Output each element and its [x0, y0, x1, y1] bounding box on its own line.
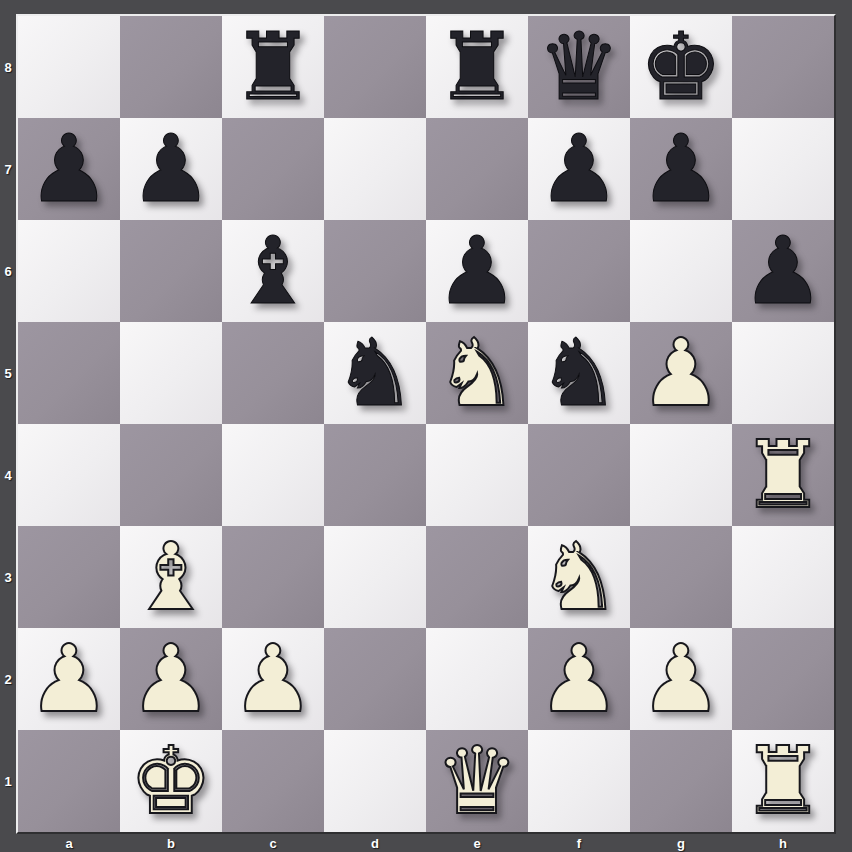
square-d6[interactable] [324, 220, 426, 322]
square-g2[interactable]: ♟ [630, 628, 732, 730]
square-e8[interactable]: ♜ [426, 16, 528, 118]
square-e5[interactable]: ♞ [426, 322, 528, 424]
square-d2[interactable] [324, 628, 426, 730]
square-g3[interactable] [630, 526, 732, 628]
square-f3[interactable]: ♞ [528, 526, 630, 628]
square-f7[interactable]: ♟ [528, 118, 630, 220]
square-f2[interactable]: ♟ [528, 628, 630, 730]
square-g6[interactable] [630, 220, 732, 322]
piece-white-pawn[interactable]: ♟ [18, 628, 120, 730]
piece-white-king[interactable]: ♚ [120, 730, 222, 832]
piece-black-rook[interactable]: ♜ [222, 16, 324, 118]
chess-board[interactable]: ♜♜♛♚♟♟♟♟♝♟♟♞♞♞♟♜♝♞♟♟♟♟♟♚♛♜ [16, 14, 836, 834]
square-e7[interactable] [426, 118, 528, 220]
piece-white-queen[interactable]: ♛ [426, 730, 528, 832]
piece-black-bishop[interactable]: ♝ [222, 220, 324, 322]
square-d5[interactable]: ♞ [324, 322, 426, 424]
piece-white-knight[interactable]: ♞ [528, 526, 630, 628]
square-e1[interactable]: ♛ [426, 730, 528, 832]
square-g4[interactable] [630, 424, 732, 526]
piece-black-knight[interactable]: ♞ [324, 322, 426, 424]
piece-white-pawn[interactable]: ♟ [528, 628, 630, 730]
square-f5[interactable]: ♞ [528, 322, 630, 424]
file-label-e: e [426, 834, 528, 852]
square-d8[interactable] [324, 16, 426, 118]
piece-white-pawn[interactable]: ♟ [120, 628, 222, 730]
square-b1[interactable]: ♚ [120, 730, 222, 832]
square-b3[interactable]: ♝ [120, 526, 222, 628]
square-d7[interactable] [324, 118, 426, 220]
square-f1[interactable] [528, 730, 630, 832]
square-c8[interactable]: ♜ [222, 16, 324, 118]
square-a7[interactable]: ♟ [18, 118, 120, 220]
file-label-g: g [630, 834, 732, 852]
piece-black-pawn[interactable]: ♟ [426, 220, 528, 322]
square-h5[interactable] [732, 322, 834, 424]
piece-black-king[interactable]: ♚ [630, 16, 732, 118]
rank-labels: 87654321 [0, 16, 16, 832]
square-a5[interactable] [18, 322, 120, 424]
square-b8[interactable] [120, 16, 222, 118]
square-a6[interactable] [18, 220, 120, 322]
square-c6[interactable]: ♝ [222, 220, 324, 322]
piece-white-pawn[interactable]: ♟ [630, 628, 732, 730]
square-h7[interactable] [732, 118, 834, 220]
square-e4[interactable] [426, 424, 528, 526]
piece-black-pawn[interactable]: ♟ [18, 118, 120, 220]
square-b4[interactable] [120, 424, 222, 526]
rank-label-8: 8 [0, 16, 16, 118]
piece-black-pawn[interactable]: ♟ [120, 118, 222, 220]
file-label-d: d [324, 834, 426, 852]
square-d1[interactable] [324, 730, 426, 832]
piece-white-rook[interactable]: ♜ [732, 730, 834, 832]
rank-label-6: 6 [0, 220, 16, 322]
file-label-f: f [528, 834, 630, 852]
square-a4[interactable] [18, 424, 120, 526]
square-b2[interactable]: ♟ [120, 628, 222, 730]
square-b5[interactable] [120, 322, 222, 424]
piece-black-pawn[interactable]: ♟ [528, 118, 630, 220]
square-c1[interactable] [222, 730, 324, 832]
piece-white-pawn[interactable]: ♟ [630, 322, 732, 424]
file-label-a: a [18, 834, 120, 852]
square-h3[interactable] [732, 526, 834, 628]
file-label-c: c [222, 834, 324, 852]
file-label-b: b [120, 834, 222, 852]
square-f8[interactable]: ♛ [528, 16, 630, 118]
square-b7[interactable]: ♟ [120, 118, 222, 220]
square-g8[interactable]: ♚ [630, 16, 732, 118]
square-c5[interactable] [222, 322, 324, 424]
square-h4[interactable]: ♜ [732, 424, 834, 526]
rank-label-2: 2 [0, 628, 16, 730]
square-g7[interactable]: ♟ [630, 118, 732, 220]
square-h1[interactable]: ♜ [732, 730, 834, 832]
square-a8[interactable] [18, 16, 120, 118]
square-e2[interactable] [426, 628, 528, 730]
piece-black-pawn[interactable]: ♟ [732, 220, 834, 322]
square-b6[interactable] [120, 220, 222, 322]
piece-white-bishop[interactable]: ♝ [120, 526, 222, 628]
piece-black-knight[interactable]: ♞ [528, 322, 630, 424]
square-e3[interactable] [426, 526, 528, 628]
square-c4[interactable] [222, 424, 324, 526]
file-labels: abcdefgh [18, 834, 834, 852]
rank-label-5: 5 [0, 322, 16, 424]
piece-white-knight[interactable]: ♞ [426, 322, 528, 424]
square-d3[interactable] [324, 526, 426, 628]
piece-black-queen[interactable]: ♛ [528, 16, 630, 118]
square-c2[interactable]: ♟ [222, 628, 324, 730]
square-g5[interactable]: ♟ [630, 322, 732, 424]
file-label-h: h [732, 834, 834, 852]
piece-white-rook[interactable]: ♜ [732, 424, 834, 526]
piece-white-pawn[interactable]: ♟ [222, 628, 324, 730]
square-h2[interactable] [732, 628, 834, 730]
square-a3[interactable] [18, 526, 120, 628]
square-h6[interactable]: ♟ [732, 220, 834, 322]
square-e6[interactable]: ♟ [426, 220, 528, 322]
piece-black-pawn[interactable]: ♟ [630, 118, 732, 220]
chess-board-frame: 87654321 ♜♜♛♚♟♟♟♟♝♟♟♞♞♞♟♜♝♞♟♟♟♟♟♚♛♜ abcd… [0, 0, 852, 852]
rank-label-7: 7 [0, 118, 16, 220]
rank-label-4: 4 [0, 424, 16, 526]
piece-black-rook[interactable]: ♜ [426, 16, 528, 118]
square-f6[interactable] [528, 220, 630, 322]
square-c7[interactable] [222, 118, 324, 220]
square-g1[interactable] [630, 730, 732, 832]
rank-label-1: 1 [0, 730, 16, 832]
square-c3[interactable] [222, 526, 324, 628]
rank-label-3: 3 [0, 526, 16, 628]
square-d4[interactable] [324, 424, 426, 526]
square-a2[interactable]: ♟ [18, 628, 120, 730]
square-a1[interactable] [18, 730, 120, 832]
square-f4[interactable] [528, 424, 630, 526]
square-h8[interactable] [732, 16, 834, 118]
